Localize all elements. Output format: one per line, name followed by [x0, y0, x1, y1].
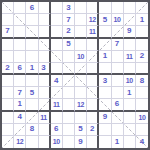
cell-r1c10[interactable] — [112, 2, 124, 14]
cell-r3c9[interactable] — [99, 26, 111, 38]
cell-r8c2: 7 — [14, 87, 26, 99]
cell-r8c4[interactable] — [39, 87, 51, 99]
cell-r10c7[interactable] — [75, 112, 87, 124]
cell-r10c12: 10 — [136, 112, 148, 124]
cell-r9c5: 11 — [51, 99, 63, 111]
cell-r1c3: 6 — [26, 2, 38, 14]
cell-r12c10: 1 — [112, 136, 124, 148]
cell-r9c12[interactable] — [136, 99, 148, 111]
cell-r3c12[interactable] — [136, 26, 148, 38]
cell-r9c10: 6 — [112, 99, 124, 111]
cell-r4c8[interactable] — [87, 39, 99, 51]
cell-r5c6[interactable] — [63, 51, 75, 63]
cell-r4c5[interactable] — [51, 39, 63, 51]
cell-r1c8[interactable] — [87, 2, 99, 14]
cell-r9c11[interactable] — [124, 99, 136, 111]
cell-r10c3[interactable] — [26, 112, 38, 124]
cell-r8c5[interactable] — [51, 87, 63, 99]
cell-r2c8: 12 — [87, 14, 99, 26]
cell-r1c1[interactable] — [2, 2, 14, 14]
cell-r6c8[interactable] — [87, 63, 99, 75]
cell-r7c4[interactable] — [39, 75, 51, 87]
cell-r11c6[interactable] — [63, 124, 75, 136]
cell-r3c8: 11 — [87, 26, 99, 38]
cell-r1c7[interactable] — [75, 2, 87, 14]
cell-r2c2[interactable] — [14, 14, 26, 26]
cell-r10c9: 9 — [99, 112, 111, 124]
cell-r1c4[interactable] — [39, 2, 51, 14]
cell-r5c11: 11 — [124, 51, 136, 63]
cell-r7c10[interactable] — [112, 75, 124, 87]
cell-r5c3[interactable] — [26, 51, 38, 63]
cell-r4c10: 7 — [112, 39, 124, 51]
cell-r4c6: 5 — [63, 39, 75, 51]
cell-r12c12: 4 — [136, 136, 148, 148]
cell-r7c9: 3 — [99, 75, 111, 87]
cell-r2c4[interactable] — [39, 14, 51, 26]
cell-r7c5: 4 — [51, 75, 63, 87]
cell-r5c1[interactable] — [2, 51, 14, 63]
cell-r4c9[interactable] — [99, 39, 111, 51]
cell-r1c6: 3 — [63, 2, 75, 14]
cell-r6c12[interactable] — [136, 63, 148, 75]
cell-r9c6[interactable] — [63, 99, 75, 111]
cell-r11c9[interactable] — [99, 124, 111, 136]
cell-r8c10[interactable] — [112, 87, 124, 99]
cell-r11c8: 2 — [87, 124, 99, 136]
cell-r11c1[interactable] — [2, 124, 14, 136]
cell-r12c8[interactable] — [87, 136, 99, 148]
cell-r7c6[interactable] — [63, 75, 75, 87]
cell-r12c1[interactable] — [2, 136, 14, 148]
cell-r6c6[interactable] — [63, 63, 75, 75]
cell-r5c5[interactable] — [51, 51, 63, 63]
cell-r2c6: 7 — [63, 14, 75, 26]
cell-r2c3[interactable] — [26, 14, 38, 26]
cell-r5c4[interactable] — [39, 51, 51, 63]
cell-r12c2: 12 — [14, 136, 26, 148]
cell-r10c4: 11 — [39, 112, 51, 124]
cell-r11c2[interactable] — [14, 124, 26, 136]
cell-r5c12: 2 — [136, 51, 148, 63]
cell-r7c11: 10 — [124, 75, 136, 87]
cell-r6c9[interactable] — [99, 63, 111, 75]
cell-r7c7[interactable] — [75, 75, 87, 87]
cell-r4c4[interactable] — [39, 39, 51, 51]
cell-r7c1[interactable] — [2, 75, 14, 87]
cell-r5c10[interactable] — [112, 51, 124, 63]
cell-r3c4[interactable] — [39, 26, 51, 38]
cell-r2c1[interactable] — [2, 14, 14, 26]
cell-r4c12[interactable] — [136, 39, 148, 51]
cell-r2c11[interactable] — [124, 14, 136, 26]
cell-r10c8[interactable] — [87, 112, 99, 124]
cell-r5c9: 1 — [99, 51, 111, 63]
cell-r9c2: 1 — [14, 99, 26, 111]
cell-r3c1: 7 — [2, 26, 14, 38]
cell-r11c5: 6 — [51, 124, 63, 136]
cell-r8c3: 5 — [26, 87, 38, 99]
cell-r10c11[interactable] — [124, 112, 136, 124]
cell-r6c10[interactable] — [112, 63, 124, 75]
cell-r3c6: 2 — [63, 26, 75, 38]
cell-r1c11[interactable] — [124, 2, 136, 14]
cell-r4c11[interactable] — [124, 39, 136, 51]
cell-r4c1[interactable] — [2, 39, 14, 51]
cell-r11c7: 5 — [75, 124, 87, 136]
cell-r4c7[interactable] — [75, 39, 87, 51]
cell-r6c7[interactable] — [75, 63, 87, 75]
cell-r9c9[interactable] — [99, 99, 111, 111]
cell-r11c4[interactable] — [39, 124, 51, 136]
cell-r9c3[interactable] — [26, 99, 38, 111]
cell-r9c8[interactable] — [87, 99, 99, 111]
cell-r8c9[interactable] — [99, 87, 111, 99]
cell-r10c5[interactable] — [51, 112, 63, 124]
cell-r7c12: 8 — [136, 75, 148, 87]
cell-r3c11: 9 — [124, 26, 136, 38]
cell-r7c8[interactable] — [87, 75, 99, 87]
cell-r12c9[interactable] — [99, 136, 111, 148]
cell-r7c3[interactable] — [26, 75, 38, 87]
cell-r12c3[interactable] — [26, 136, 38, 148]
sudoku-board: 6371251017211957101112261343108751111126… — [0, 0, 150, 150]
cell-r12c11[interactable] — [124, 136, 136, 148]
cell-r12c5: 10 — [51, 136, 63, 148]
cell-r6c5[interactable] — [51, 63, 63, 75]
cell-r3c7[interactable] — [75, 26, 87, 38]
cell-r5c7: 10 — [75, 51, 87, 63]
cell-r6c11[interactable] — [124, 63, 136, 75]
cell-r12c4[interactable] — [39, 136, 51, 148]
cell-r10c10[interactable] — [112, 112, 124, 124]
cell-r11c11[interactable] — [124, 124, 136, 136]
cell-r10c2: 4 — [14, 112, 26, 124]
cell-r2c10: 10 — [112, 14, 124, 26]
cell-r7c2[interactable] — [14, 75, 26, 87]
cell-r1c9[interactable] — [99, 2, 111, 14]
cell-r12c6[interactable] — [63, 136, 75, 148]
cell-r9c7: 12 — [75, 99, 87, 111]
cell-r2c7[interactable] — [75, 14, 87, 26]
cell-r2c5[interactable] — [51, 14, 63, 26]
cell-r3c5[interactable] — [51, 26, 63, 38]
cell-r10c6[interactable] — [63, 112, 75, 124]
cell-r11c12[interactable] — [136, 124, 148, 136]
cell-r9c1[interactable] — [2, 99, 14, 111]
cell-r5c8[interactable] — [87, 51, 99, 63]
cell-r11c10[interactable] — [112, 124, 124, 136]
cell-r6c4: 3 — [39, 63, 51, 75]
cell-r9c4[interactable] — [39, 99, 51, 111]
cell-r4c2[interactable] — [14, 39, 26, 51]
cell-r12c7: 9 — [75, 136, 87, 148]
cell-r11c3: 8 — [26, 124, 38, 136]
cell-r2c12: 1 — [136, 14, 148, 26]
cell-r5c2[interactable] — [14, 51, 26, 63]
cell-r4c3[interactable] — [26, 39, 38, 51]
cell-r1c2[interactable] — [14, 2, 26, 14]
cell-r2c9: 5 — [99, 14, 111, 26]
cell-r8c6[interactable] — [63, 87, 75, 99]
cell-r6c2: 6 — [14, 63, 26, 75]
cell-r8c7[interactable] — [75, 87, 87, 99]
sudoku-grid: 6371251017211957101112261343108751111126… — [2, 2, 148, 148]
cell-r8c11: 1 — [124, 87, 136, 99]
cell-r8c12[interactable] — [136, 87, 148, 99]
cell-r3c10[interactable] — [112, 26, 124, 38]
cell-r3c2[interactable] — [14, 26, 26, 38]
cell-r3c3[interactable] — [26, 26, 38, 38]
cell-r1c12[interactable] — [136, 2, 148, 14]
cell-r6c3: 1 — [26, 63, 38, 75]
cell-r1c5[interactable] — [51, 2, 63, 14]
cell-r6c1: 2 — [2, 63, 14, 75]
cell-r8c8[interactable] — [87, 87, 99, 99]
cell-r10c1[interactable] — [2, 112, 14, 124]
cell-r8c1[interactable] — [2, 87, 14, 99]
